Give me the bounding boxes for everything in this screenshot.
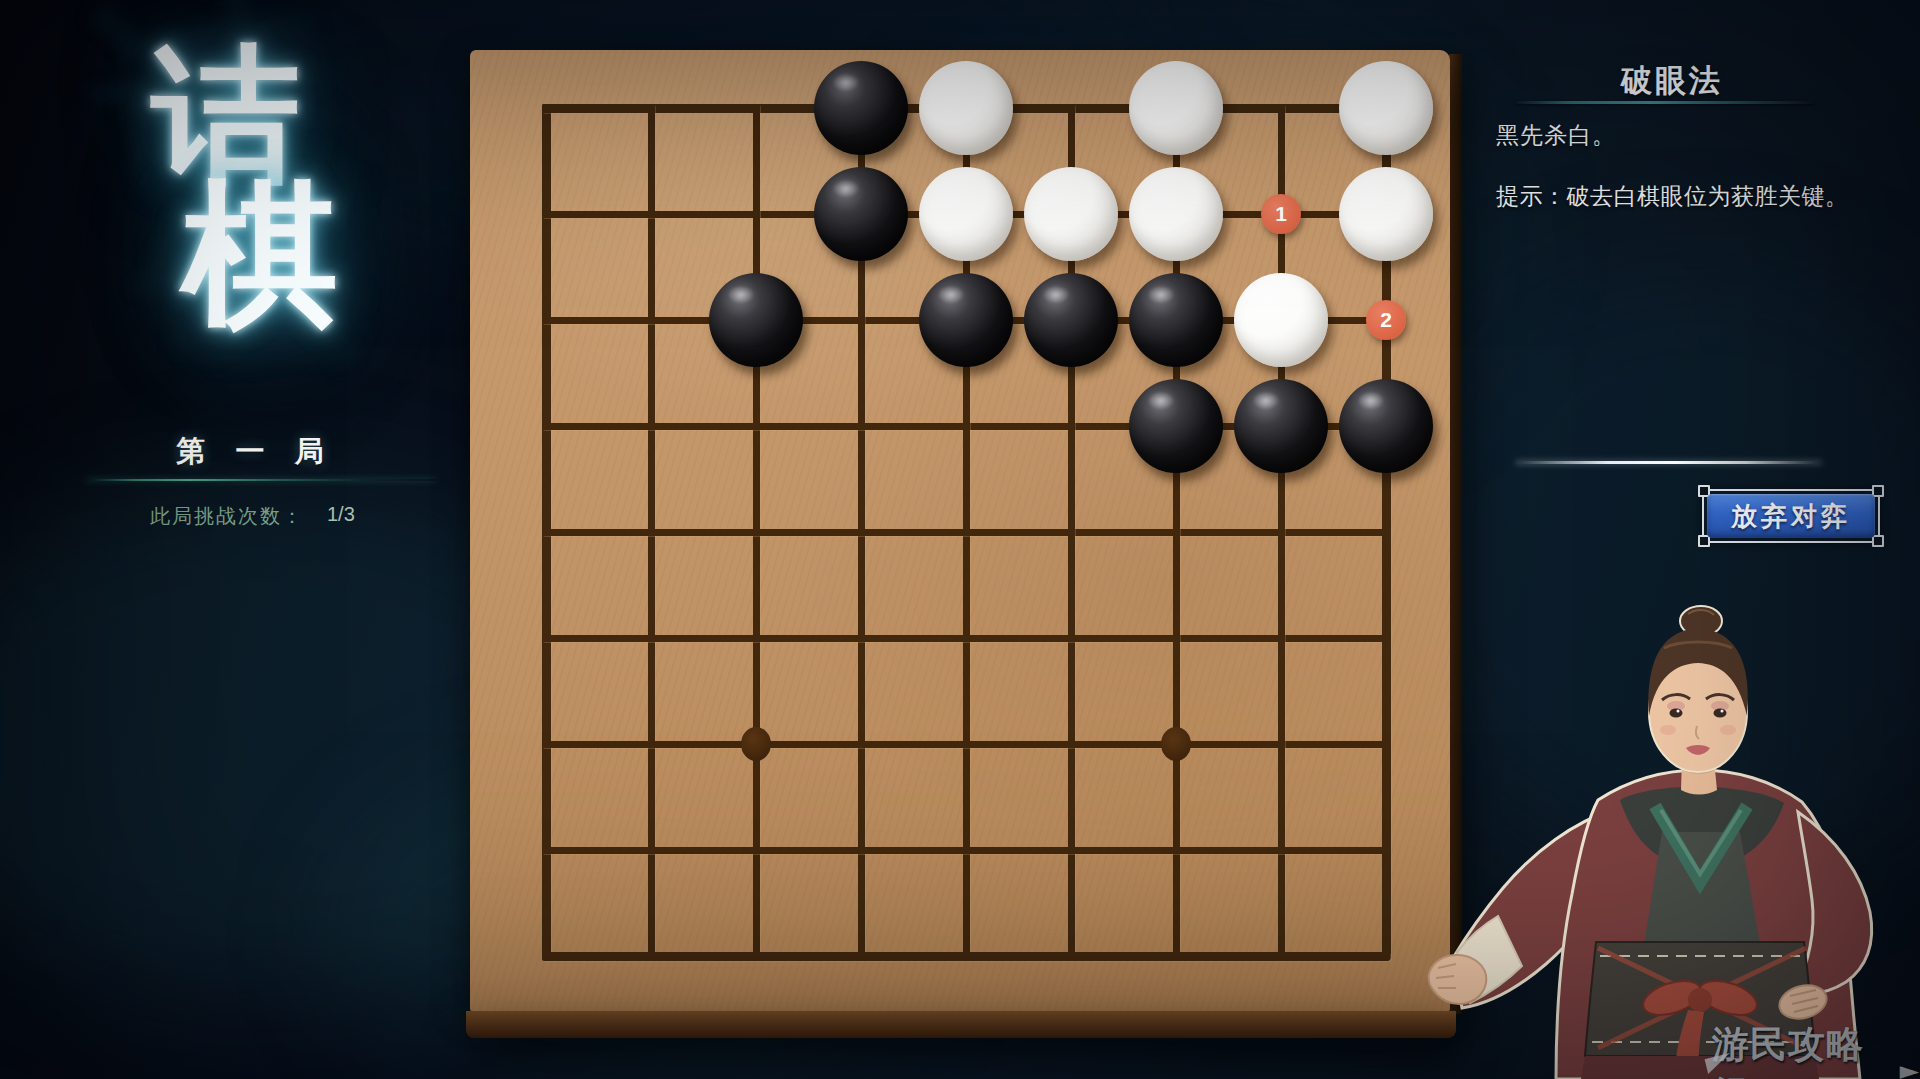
- round-title: 第 一 局: [60, 432, 440, 472]
- board-side-face-bottom: [466, 1011, 1456, 1038]
- star-point: [1161, 727, 1191, 761]
- star-point: [741, 727, 771, 761]
- grid-line-horizontal: [542, 635, 1390, 642]
- move-marker-2: 2: [1366, 300, 1406, 340]
- companion-character-art: [1400, 600, 1920, 1079]
- black-stone: [1234, 379, 1328, 473]
- white-stone: [1129, 167, 1223, 261]
- black-stone: [1129, 273, 1223, 367]
- board-grid: 12: [470, 50, 1450, 1012]
- black-stone: [1024, 273, 1118, 367]
- give-up-button[interactable]: 放弃对弈: [1707, 494, 1875, 538]
- move-marker-1: 1: [1261, 194, 1301, 234]
- watermark: 游民攻略组 ►: [1706, 1020, 1920, 1079]
- white-stone: [1339, 61, 1433, 155]
- grid-line-horizontal: [542, 952, 1390, 961]
- white-stone: [919, 61, 1013, 155]
- give-up-button-frame: 放弃对弈: [1702, 489, 1880, 543]
- grid-line-horizontal: [542, 847, 1390, 854]
- challenge-count-value: 1/3: [327, 503, 355, 526]
- button-divider-line: [1516, 461, 1822, 464]
- puzzle-title-divider: [1516, 101, 1814, 104]
- mode-title-char-2: 棋: [182, 176, 338, 332]
- watermark-text: 游民攻略组: [1712, 1020, 1897, 1079]
- grid-line-horizontal: [542, 529, 1390, 536]
- watermark-arrow-icon: ►: [1900, 1056, 1920, 1079]
- black-stone: [1339, 379, 1433, 473]
- black-stone: [919, 273, 1013, 367]
- white-stone: [1234, 273, 1328, 367]
- go-board[interactable]: 12: [470, 50, 1450, 1012]
- grid-line-horizontal: [542, 741, 1390, 748]
- black-stone: [814, 167, 908, 261]
- black-stone: [814, 61, 908, 155]
- puzzle-title: 破眼法: [1500, 60, 1844, 102]
- frame-corner-knob: [1872, 535, 1884, 547]
- white-stone: [1339, 167, 1433, 261]
- white-stone: [919, 167, 1013, 261]
- white-stone: [1129, 61, 1223, 155]
- black-stone: [1129, 379, 1223, 473]
- tsumego-screen: 诘 棋 诘 棋 第 一 局 此局挑战次数： 1/3 12 破眼法 黑先杀白。 提…: [0, 0, 1920, 1079]
- challenge-count-label: 此局挑战次数：: [150, 503, 304, 530]
- puzzle-hint: 提示：破去白棋眼位为获胜关键。: [1496, 181, 1920, 212]
- black-stone: [709, 273, 803, 367]
- puzzle-objective: 黑先杀白。: [1496, 120, 1616, 151]
- white-stone: [1024, 167, 1118, 261]
- round-divider-line: [85, 479, 435, 481]
